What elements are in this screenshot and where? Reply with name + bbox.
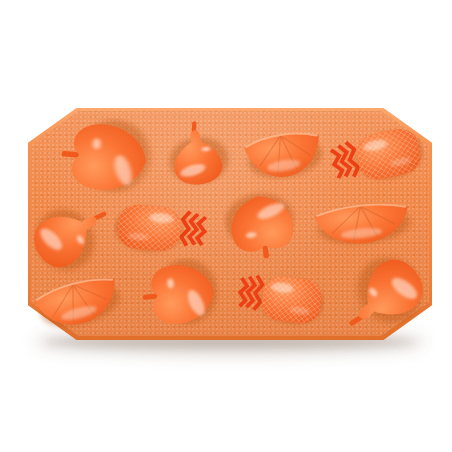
mold-pear xyxy=(158,117,237,190)
mold-apple xyxy=(219,185,304,265)
mold-apple xyxy=(138,255,224,334)
product-photo-canvas xyxy=(0,0,452,452)
mold-melon xyxy=(307,189,416,254)
mold-pineapple xyxy=(112,194,217,262)
mold-pineapple xyxy=(228,261,329,332)
